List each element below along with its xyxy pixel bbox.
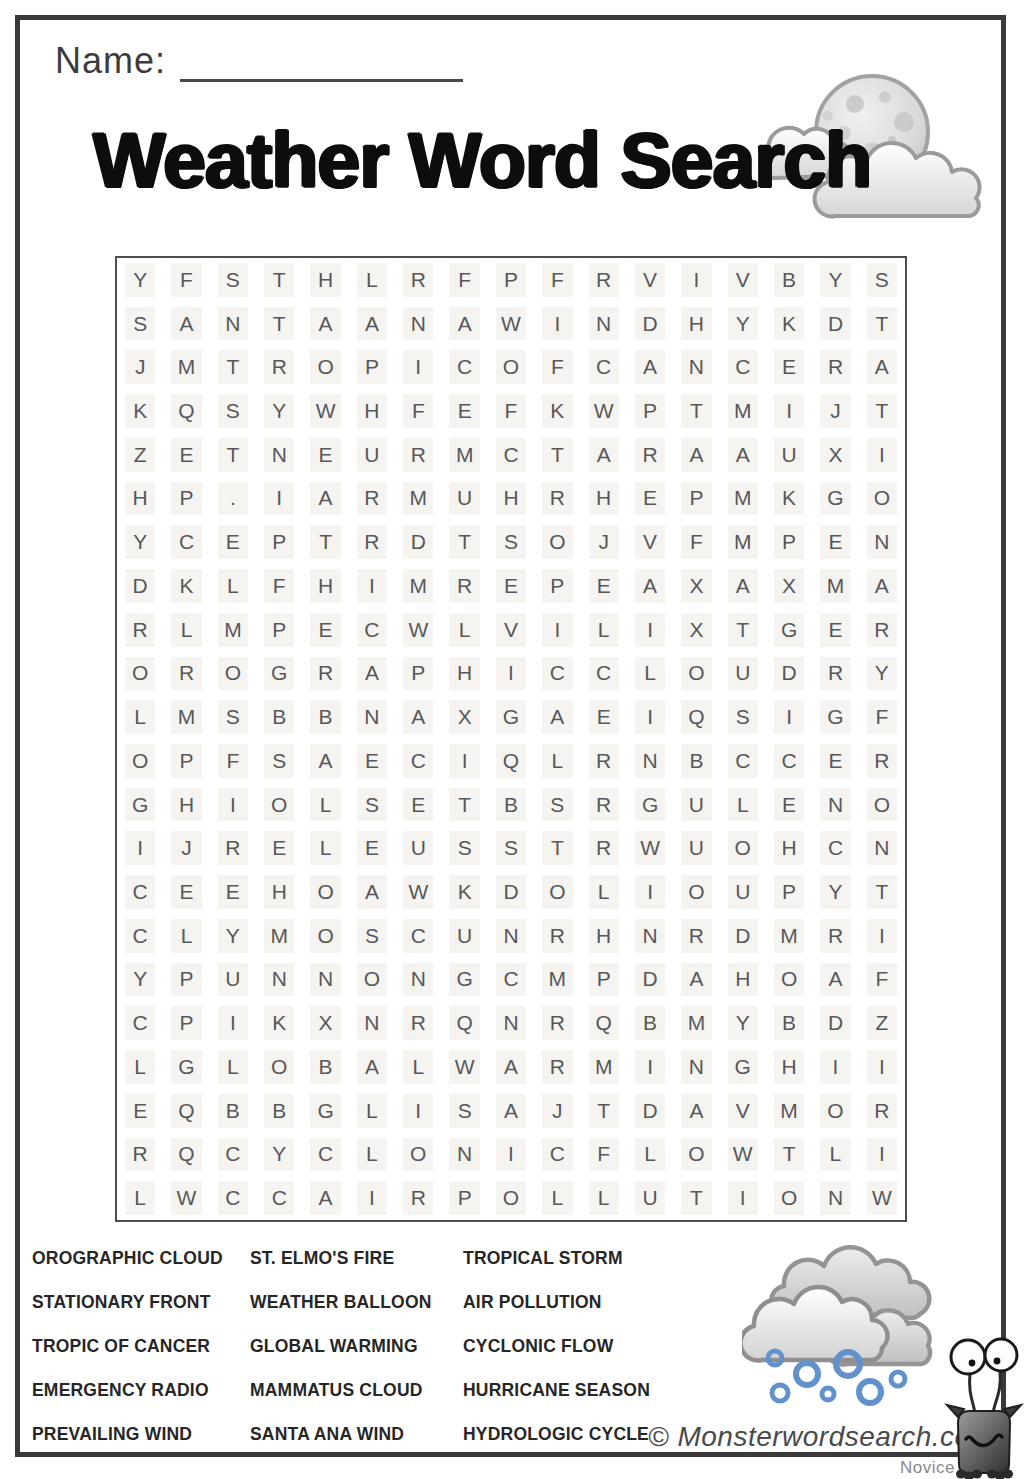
grid-cell[interactable]: F [859,958,905,1002]
grid-cell[interactable]: F [859,695,905,739]
grid-cell[interactable]: W [302,389,348,433]
grid-cell[interactable]: T [673,389,719,433]
grid-cell[interactable]: G [812,477,858,521]
grid-cell[interactable]: N [812,1176,858,1220]
grid-cell[interactable]: D [766,652,812,696]
grid-cell[interactable]: Y [117,958,163,1002]
grid-cell[interactable]: S [210,695,256,739]
grid-cell[interactable]: P [163,477,209,521]
grid-cell[interactable]: X [302,1001,348,1045]
grid-cell[interactable]: A [812,958,858,1002]
grid-cell[interactable]: S [720,695,766,739]
grid-cell[interactable]: H [766,826,812,870]
grid-cell[interactable]: U [720,652,766,696]
grid-cell[interactable]: L [117,1176,163,1220]
grid-cell[interactable]: T [766,1133,812,1177]
grid-cell[interactable]: P [673,477,719,521]
grid-cell[interactable]: W [163,1176,209,1220]
grid-cell[interactable]: K [766,477,812,521]
grid-cell[interactable]: A [302,302,348,346]
grid-cell[interactable]: O [256,783,302,827]
grid-cell[interactable]: O [117,652,163,696]
grid-cell[interactable]: A [859,564,905,608]
grid-cell[interactable]: C [163,520,209,564]
grid-cell[interactable]: E [302,433,348,477]
grid-cell[interactable]: T [581,1089,627,1133]
grid-cell[interactable]: Y [210,914,256,958]
grid-cell[interactable]: L [812,1133,858,1177]
grid-cell[interactable]: L [534,739,580,783]
grid-cell[interactable]: M [395,564,441,608]
grid-cell[interactable]: R [117,1133,163,1177]
grid-cell[interactable]: I [395,345,441,389]
grid-cell[interactable]: T [534,433,580,477]
grid-cell[interactable]: I [859,433,905,477]
grid-cell[interactable]: H [766,1045,812,1089]
grid-cell[interactable]: W [441,1045,487,1089]
grid-cell[interactable]: Y [812,870,858,914]
grid-cell[interactable]: E [349,826,395,870]
grid-cell[interactable]: E [812,739,858,783]
grid-cell[interactable]: A [349,1045,395,1089]
grid-cell[interactable]: R [534,1001,580,1045]
grid-cell[interactable]: C [812,826,858,870]
name-input-line[interactable] [180,41,463,82]
grid-cell[interactable]: T [720,608,766,652]
grid-cell[interactable]: I [720,1176,766,1220]
grid-cell[interactable]: R [395,258,441,302]
grid-cell[interactable]: S [488,520,534,564]
grid-cell[interactable]: L [302,826,348,870]
grid-cell[interactable]: G [627,783,673,827]
grid-cell[interactable]: K [766,302,812,346]
grid-cell[interactable]: M [720,389,766,433]
grid-cell[interactable]: E [581,564,627,608]
grid-cell[interactable]: L [349,1089,395,1133]
grid-cell[interactable]: C [720,739,766,783]
grid-cell[interactable]: E [210,520,256,564]
grid-cell[interactable]: C [441,345,487,389]
grid-cell[interactable]: U [766,433,812,477]
grid-cell[interactable]: O [302,914,348,958]
grid-cell[interactable]: Q [673,695,719,739]
grid-cell[interactable]: E [766,345,812,389]
grid-cell[interactable]: S [210,389,256,433]
grid-cell[interactable]: O [117,739,163,783]
grid-cell[interactable]: R [349,477,395,521]
grid-cell[interactable]: G [766,608,812,652]
grid-cell[interactable]: X [441,695,487,739]
grid-cell[interactable]: R [581,258,627,302]
grid-cell[interactable]: H [302,258,348,302]
grid-cell[interactable]: N [627,914,673,958]
grid-cell[interactable]: M [766,1089,812,1133]
grid-cell[interactable]: R [859,1089,905,1133]
grid-cell[interactable]: I [812,1045,858,1089]
grid-cell[interactable]: F [581,1133,627,1177]
grid-cell[interactable]: Y [117,520,163,564]
grid-cell[interactable]: M [441,433,487,477]
grid-cell[interactable]: T [534,826,580,870]
grid-cell[interactable]: G [441,958,487,1002]
grid-cell[interactable]: P [349,345,395,389]
grid-cell[interactable]: P [256,608,302,652]
grid-cell[interactable]: J [581,520,627,564]
grid-cell[interactable]: S [210,258,256,302]
grid-cell[interactable]: L [627,1133,673,1177]
grid-cell[interactable]: O [534,520,580,564]
grid-cell[interactable]: H [673,302,719,346]
grid-cell[interactable]: O [673,652,719,696]
grid-cell[interactable]: N [812,783,858,827]
grid-cell[interactable]: C [581,345,627,389]
grid-cell[interactable]: R [581,739,627,783]
grid-cell[interactable]: I [766,389,812,433]
grid-cell[interactable]: I [859,1045,905,1089]
grid-cell[interactable]: N [488,1001,534,1045]
grid-cell[interactable]: B [766,258,812,302]
grid-cell[interactable]: L [581,870,627,914]
grid-cell[interactable]: U [673,826,719,870]
grid-cell[interactable]: F [441,258,487,302]
grid-cell[interactable]: H [488,477,534,521]
grid-cell[interactable]: J [534,1089,580,1133]
grid-cell[interactable]: B [302,695,348,739]
grid-cell[interactable]: S [441,1089,487,1133]
grid-cell[interactable]: R [117,608,163,652]
grid-cell[interactable]: G [117,783,163,827]
grid-cell[interactable]: T [441,520,487,564]
grid-cell[interactable]: A [720,433,766,477]
grid-cell[interactable]: E [117,1089,163,1133]
grid-cell[interactable]: J [812,389,858,433]
grid-cell[interactable]: D [395,520,441,564]
grid-cell[interactable]: L [163,914,209,958]
grid-cell[interactable]: H [117,477,163,521]
grid-cell[interactable]: A [534,695,580,739]
grid-cell[interactable]: R [395,433,441,477]
grid-cell[interactable]: N [395,302,441,346]
grid-cell[interactable]: C [488,433,534,477]
grid-cell[interactable]: R [534,477,580,521]
grid-cell[interactable]: N [627,739,673,783]
grid-cell[interactable]: R [859,739,905,783]
grid-cell[interactable]: O [349,958,395,1002]
grid-cell[interactable]: Z [117,433,163,477]
grid-cell[interactable]: E [812,520,858,564]
grid-cell[interactable]: F [210,739,256,783]
grid-cell[interactable]: W [581,389,627,433]
grid-cell[interactable]: Q [163,1133,209,1177]
grid-cell[interactable]: L [210,1045,256,1089]
grid-cell[interactable]: D [627,1089,673,1133]
grid-cell[interactable]: E [812,608,858,652]
grid-cell[interactable]: P [163,739,209,783]
grid-cell[interactable]: X [812,433,858,477]
grid-cell[interactable]: A [627,345,673,389]
grid-cell[interactable]: W [627,826,673,870]
grid-cell[interactable]: O [720,826,766,870]
grid-cell[interactable]: F [673,520,719,564]
grid-cell[interactable]: M [720,520,766,564]
grid-cell[interactable]: I [673,258,719,302]
grid-cell[interactable]: C [256,1176,302,1220]
grid-cell[interactable]: A [488,1089,534,1133]
grid-cell[interactable]: U [627,1176,673,1220]
grid-cell[interactable]: R [302,652,348,696]
grid-cell[interactable]: C [117,870,163,914]
grid-cell[interactable]: Y [117,258,163,302]
grid-cell[interactable]: M [534,958,580,1002]
grid-cell[interactable]: S [441,826,487,870]
grid-cell[interactable]: J [117,345,163,389]
grid-cell[interactable]: F [163,258,209,302]
grid-cell[interactable]: O [673,1133,719,1177]
grid-cell[interactable]: S [117,302,163,346]
grid-cell[interactable]: T [210,433,256,477]
grid-cell[interactable]: Y [256,1133,302,1177]
grid-cell[interactable]: A [302,739,348,783]
grid-cell[interactable]: B [766,1001,812,1045]
grid-cell[interactable]: Q [163,1089,209,1133]
grid-cell[interactable]: I [117,826,163,870]
grid-cell[interactable]: O [859,783,905,827]
grid-cell[interactable]: W [720,1133,766,1177]
grid-cell[interactable]: I [488,1133,534,1177]
grid-cell[interactable]: M [812,564,858,608]
grid-cell[interactable]: L [441,608,487,652]
grid-cell[interactable]: K [117,389,163,433]
grid-cell[interactable]: O [859,477,905,521]
grid-cell[interactable]: U [349,433,395,477]
grid-cell[interactable]: K [163,564,209,608]
grid-cell[interactable]: N [673,1045,719,1089]
grid-cell[interactable]: O [488,1176,534,1220]
grid-cell[interactable]: A [349,302,395,346]
grid-cell[interactable]: A [441,302,487,346]
grid-cell[interactable]: P [627,389,673,433]
grid-cell[interactable]: Q [581,1001,627,1045]
grid-cell[interactable]: A [395,695,441,739]
grid-cell[interactable]: N [349,1001,395,1045]
grid-cell[interactable]: D [720,914,766,958]
grid-cell[interactable]: A [673,1089,719,1133]
grid-cell[interactable]: N [256,433,302,477]
grid-cell[interactable]: C [349,608,395,652]
grid-cell[interactable]: T [673,1176,719,1220]
grid-cell[interactable]: V [627,258,673,302]
grid-cell[interactable]: H [349,389,395,433]
grid-cell[interactable]: V [720,258,766,302]
grid-cell[interactable]: E [349,739,395,783]
grid-cell[interactable]: P [488,258,534,302]
grid-cell[interactable]: N [349,695,395,739]
grid-cell[interactable]: M [163,695,209,739]
grid-cell[interactable]: D [117,564,163,608]
grid-cell[interactable]: E [395,783,441,827]
grid-cell[interactable]: I [627,870,673,914]
grid-cell[interactable]: T [256,302,302,346]
grid-cell[interactable]: L [349,1133,395,1177]
grid-cell[interactable]: L [163,608,209,652]
grid-cell[interactable]: L [117,1045,163,1089]
grid-cell[interactable]: F [534,258,580,302]
grid-cell[interactable]: C [720,345,766,389]
grid-cell[interactable]: W [859,1176,905,1220]
grid-cell[interactable]: E [256,826,302,870]
grid-cell[interactable]: Y [812,258,858,302]
grid-cell[interactable]: C [395,914,441,958]
grid-cell[interactable]: B [488,783,534,827]
grid-cell[interactable]: S [534,783,580,827]
grid-cell[interactable]: H [256,870,302,914]
grid-cell[interactable]: I [627,695,673,739]
grid-cell[interactable]: R [859,608,905,652]
grid-cell[interactable]: O [395,1133,441,1177]
grid-cell[interactable]: O [534,870,580,914]
grid-cell[interactable]: C [534,1133,580,1177]
grid-cell[interactable]: I [395,1089,441,1133]
grid-cell[interactable]: I [210,1001,256,1045]
grid-cell[interactable]: S [349,783,395,827]
grid-cell[interactable]: Q [163,389,209,433]
grid-cell[interactable]: H [441,652,487,696]
grid-cell[interactable]: G [163,1045,209,1089]
grid-cell[interactable]: L [210,564,256,608]
grid-cell[interactable]: G [256,652,302,696]
grid-cell[interactable]: I [441,739,487,783]
grid-cell[interactable]: C [302,1133,348,1177]
grid-cell[interactable]: P [163,958,209,1002]
grid-cell[interactable]: U [441,914,487,958]
grid-cell[interactable]: K [256,1001,302,1045]
grid-cell[interactable]: C [210,1133,256,1177]
grid-cell[interactable]: R [210,826,256,870]
grid-cell[interactable]: L [349,258,395,302]
grid-cell[interactable]: C [766,739,812,783]
grid-cell[interactable]: F [256,564,302,608]
grid-cell[interactable]: U [720,870,766,914]
grid-cell[interactable]: N [581,302,627,346]
grid-cell[interactable]: B [256,1089,302,1133]
grid-cell[interactable]: L [117,695,163,739]
grid-cell[interactable]: P [256,520,302,564]
grid-cell[interactable]: A [488,1045,534,1089]
grid-cell[interactable]: H [720,958,766,1002]
grid-cell[interactable]: M [210,608,256,652]
grid-cell[interactable]: N [210,302,256,346]
grid-cell[interactable]: S [859,258,905,302]
grid-cell[interactable]: R [163,652,209,696]
grid-cell[interactable]: R [812,652,858,696]
grid-cell[interactable]: R [534,1045,580,1089]
grid-cell[interactable]: F [488,389,534,433]
grid-cell[interactable]: T [859,302,905,346]
grid-cell[interactable]: L [581,1176,627,1220]
grid-cell[interactable]: E [627,477,673,521]
grid-cell[interactable]: I [534,608,580,652]
grid-cell[interactable]: P [395,652,441,696]
grid-cell[interactable]: I [627,1045,673,1089]
grid-cell[interactable]: G [720,1045,766,1089]
grid-cell[interactable]: L [395,1045,441,1089]
grid-cell[interactable]: M [395,477,441,521]
grid-cell[interactable]: T [302,520,348,564]
grid-cell[interactable]: D [488,870,534,914]
grid-cell[interactable]: O [766,958,812,1002]
grid-cell[interactable]: P [534,564,580,608]
grid-cell[interactable]: N [256,958,302,1002]
grid-cell[interactable]: Y [859,652,905,696]
grid-cell[interactable]: N [488,914,534,958]
grid-cell[interactable]: C [488,958,534,1002]
grid-cell[interactable]: G [812,695,858,739]
grid-cell[interactable]: M [720,477,766,521]
grid-cell[interactable]: B [302,1045,348,1089]
grid-cell[interactable]: Y [720,1001,766,1045]
grid-cell[interactable]: I [859,914,905,958]
grid-cell[interactable]: A [581,433,627,477]
grid-cell[interactable]: R [812,345,858,389]
grid-cell[interactable]: L [302,783,348,827]
grid-cell[interactable]: I [627,608,673,652]
grid-cell[interactable]: I [210,783,256,827]
grid-cell[interactable]: L [581,608,627,652]
grid-cell[interactable]: H [581,477,627,521]
grid-cell[interactable]: P [766,520,812,564]
grid-cell[interactable]: P [766,870,812,914]
grid-cell[interactable]: C [117,914,163,958]
grid-cell[interactable]: Y [256,389,302,433]
grid-cell[interactable]: A [302,477,348,521]
grid-cell[interactable]: E [210,870,256,914]
grid-cell[interactable]: A [673,958,719,1002]
grid-cell[interactable]: X [766,564,812,608]
grid-cell[interactable]: G [302,1089,348,1133]
grid-cell[interactable]: R [349,520,395,564]
grid-cell[interactable]: A [720,564,766,608]
grid-cell[interactable]: B [673,739,719,783]
grid-cell[interactable]: B [627,1001,673,1045]
grid-cell[interactable]: E [488,564,534,608]
grid-cell[interactable]: C [534,652,580,696]
grid-cell[interactable]: O [302,345,348,389]
grid-cell[interactable]: N [859,826,905,870]
grid-cell[interactable]: J [163,826,209,870]
grid-cell[interactable]: A [349,870,395,914]
grid-cell[interactable]: R [812,914,858,958]
grid-cell[interactable]: R [581,783,627,827]
grid-cell[interactable]: R [395,1176,441,1220]
grid-cell[interactable]: I [859,1133,905,1177]
grid-cell[interactable]: L [627,652,673,696]
grid-cell[interactable]: M [256,914,302,958]
grid-cell[interactable]: S [488,826,534,870]
grid-cell[interactable]: M [673,1001,719,1045]
grid-cell[interactable]: P [581,958,627,1002]
grid-cell[interactable]: Z [859,1001,905,1045]
grid-cell[interactable]: H [302,564,348,608]
grid-cell[interactable]: W [395,870,441,914]
grid-cell[interactable]: F [395,389,441,433]
grid-cell[interactable]: Y [720,302,766,346]
grid-cell[interactable]: A [859,345,905,389]
grid-cell[interactable]: X [673,564,719,608]
grid-cell[interactable]: N [302,958,348,1002]
grid-cell[interactable]: V [720,1089,766,1133]
grid-cell[interactable]: N [441,1133,487,1177]
grid-cell[interactable]: R [441,564,487,608]
